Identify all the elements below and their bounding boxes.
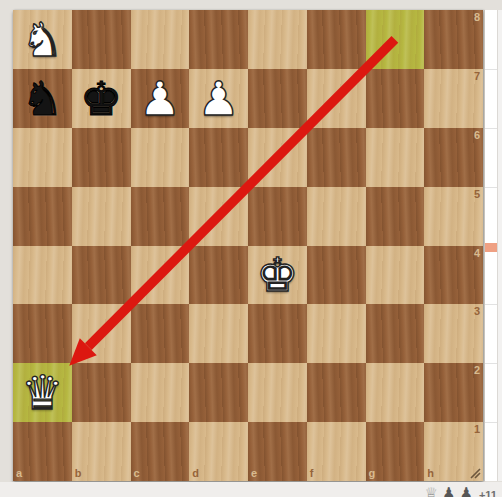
rank-label-3: 3 xyxy=(474,306,480,317)
chess-board[interactable]: ♞8♞♚♟♟765♚43♛2abcdefgh1 xyxy=(13,10,483,481)
file-label-c: c xyxy=(134,468,140,479)
square-h6[interactable]: 6 xyxy=(424,128,483,187)
rank-label-5: 5 xyxy=(474,189,480,200)
square-f1[interactable]: f xyxy=(307,422,366,481)
square-a2[interactable]: ♛ xyxy=(13,363,72,422)
square-c5[interactable] xyxy=(131,187,190,246)
square-d7[interactable]: ♟ xyxy=(189,69,248,128)
file-label-h: h xyxy=(427,468,434,479)
square-a3[interactable] xyxy=(13,304,72,363)
square-a1[interactable]: a xyxy=(13,422,72,481)
highlighted-row[interactable] xyxy=(485,243,497,252)
square-g2[interactable] xyxy=(366,363,425,422)
square-d6[interactable] xyxy=(189,128,248,187)
square-g6[interactable] xyxy=(366,128,425,187)
square-d2[interactable] xyxy=(189,363,248,422)
square-a7[interactable]: ♞ xyxy=(13,69,72,128)
row-divider xyxy=(485,128,497,129)
square-e5[interactable] xyxy=(248,187,307,246)
square-e6[interactable] xyxy=(248,128,307,187)
rank-label-4: 4 xyxy=(474,248,480,259)
board-resize-handle[interactable] xyxy=(469,467,481,479)
square-d3[interactable] xyxy=(189,304,248,363)
rank-label-1: 1 xyxy=(474,424,480,435)
square-b8[interactable] xyxy=(72,10,131,69)
square-c6[interactable] xyxy=(131,128,190,187)
square-b4[interactable] xyxy=(72,246,131,305)
square-h5[interactable]: 5 xyxy=(424,187,483,246)
square-h7[interactable]: 7 xyxy=(424,69,483,128)
square-h3[interactable]: 3 xyxy=(424,304,483,363)
file-label-g: g xyxy=(369,468,376,479)
row-divider xyxy=(485,304,497,305)
square-h4[interactable]: 4 xyxy=(424,246,483,305)
material-advantage-value: +11 xyxy=(479,489,497,497)
file-label-d: d xyxy=(192,468,199,479)
square-e2[interactable] xyxy=(248,363,307,422)
piece-wP-d7[interactable]: ♟ xyxy=(189,69,248,128)
square-b3[interactable] xyxy=(72,304,131,363)
piece-bK-b7[interactable]: ♚ xyxy=(72,69,131,128)
square-d1[interactable]: d xyxy=(189,422,248,481)
square-c1[interactable]: c xyxy=(131,422,190,481)
square-a5[interactable] xyxy=(13,187,72,246)
square-b7[interactable]: ♚ xyxy=(72,69,131,128)
queen-icon: ♕ xyxy=(425,486,438,497)
material-bar: ♕♟♟+11 xyxy=(0,482,502,497)
square-f7[interactable] xyxy=(307,69,366,128)
square-e8[interactable] xyxy=(248,10,307,69)
square-e7[interactable] xyxy=(248,69,307,128)
square-h8[interactable]: 8 xyxy=(424,10,483,69)
piece-wK-e4[interactable]: ♚ xyxy=(248,246,307,305)
square-c4[interactable] xyxy=(131,246,190,305)
square-h2[interactable]: 2 xyxy=(424,363,483,422)
piece-wP-c7[interactable]: ♟ xyxy=(131,69,190,128)
row-divider xyxy=(485,422,497,423)
material-advantage: ♕♟♟+11 xyxy=(425,486,497,497)
square-b1[interactable]: b xyxy=(72,422,131,481)
row-divider xyxy=(485,187,497,188)
rank-label-7: 7 xyxy=(474,71,480,82)
square-g1[interactable]: g xyxy=(366,422,425,481)
square-a8[interactable]: ♞ xyxy=(13,10,72,69)
row-divider xyxy=(485,363,497,364)
file-label-b: b xyxy=(75,468,82,479)
analysis-board-region: ♞8♞♚♟♟765♚43♛2abcdefgh1 ♕♟♟+11 xyxy=(0,0,502,497)
square-a6[interactable] xyxy=(13,128,72,187)
file-label-f: f xyxy=(310,468,314,479)
square-d5[interactable] xyxy=(189,187,248,246)
square-a4[interactable] xyxy=(13,246,72,305)
pawn-icon: ♟ xyxy=(442,486,455,497)
square-e1[interactable]: e xyxy=(248,422,307,481)
square-f2[interactable] xyxy=(307,363,366,422)
square-c8[interactable] xyxy=(131,10,190,69)
rank-label-8: 8 xyxy=(474,12,480,23)
square-b5[interactable] xyxy=(72,187,131,246)
rank-label-6: 6 xyxy=(474,130,480,141)
square-f6[interactable] xyxy=(307,128,366,187)
square-c2[interactable] xyxy=(131,363,190,422)
square-c7[interactable]: ♟ xyxy=(131,69,190,128)
square-f5[interactable] xyxy=(307,187,366,246)
scrollbar-track[interactable] xyxy=(497,10,502,481)
pawn-icon: ♟ xyxy=(459,486,472,497)
square-f8[interactable] xyxy=(307,10,366,69)
square-g5[interactable] xyxy=(366,187,425,246)
square-b2[interactable] xyxy=(72,363,131,422)
square-d4[interactable] xyxy=(189,246,248,305)
square-g4[interactable] xyxy=(366,246,425,305)
piece-wQ-a2[interactable]: ♛ xyxy=(13,363,72,422)
square-d8[interactable] xyxy=(189,10,248,69)
rank-label-2: 2 xyxy=(474,365,480,376)
piece-bN-a7[interactable]: ♞ xyxy=(13,69,72,128)
square-g8[interactable] xyxy=(366,10,425,69)
square-f3[interactable] xyxy=(307,304,366,363)
row-divider xyxy=(485,69,497,70)
square-b6[interactable] xyxy=(72,128,131,187)
side-panel xyxy=(484,10,502,481)
square-e4[interactable]: ♚ xyxy=(248,246,307,305)
file-label-e: e xyxy=(251,468,257,479)
square-g7[interactable] xyxy=(366,69,425,128)
piece-wN-a8[interactable]: ♞ xyxy=(13,10,72,69)
square-g3[interactable] xyxy=(366,304,425,363)
file-label-a: a xyxy=(16,468,22,479)
square-e3[interactable] xyxy=(248,304,307,363)
square-f4[interactable] xyxy=(307,246,366,305)
square-c3[interactable] xyxy=(131,304,190,363)
